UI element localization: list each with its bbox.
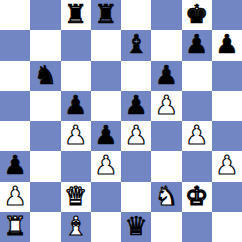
- square-b3[interactable]: [30, 151, 60, 181]
- square-c1[interactable]: ♝: [61, 212, 91, 242]
- square-h4[interactable]: [212, 121, 242, 151]
- square-e7[interactable]: ♝: [121, 30, 151, 60]
- square-h7[interactable]: ♟: [212, 30, 242, 60]
- square-a6[interactable]: [0, 61, 30, 91]
- square-d1[interactable]: [91, 212, 121, 242]
- black-pawn[interactable]: ♟: [155, 62, 178, 88]
- square-d7[interactable]: [91, 30, 121, 60]
- white-pawn[interactable]: ♟: [124, 122, 147, 148]
- square-g1[interactable]: [182, 212, 212, 242]
- square-d3[interactable]: ♟: [91, 151, 121, 181]
- square-c4[interactable]: ♟: [61, 121, 91, 151]
- square-h5[interactable]: [212, 91, 242, 121]
- square-c7[interactable]: [61, 30, 91, 60]
- square-b8[interactable]: [30, 0, 60, 30]
- black-knight[interactable]: ♞: [34, 62, 57, 88]
- square-a2[interactable]: ♟: [0, 182, 30, 212]
- black-pawn[interactable]: ♟: [124, 92, 147, 118]
- square-g8[interactable]: ♚: [182, 0, 212, 30]
- square-f4[interactable]: [151, 121, 181, 151]
- square-a1[interactable]: ♜: [0, 212, 30, 242]
- white-pawn[interactable]: ♟: [185, 122, 208, 148]
- black-pawn[interactable]: ♟: [94, 122, 117, 148]
- square-b1[interactable]: [30, 212, 60, 242]
- square-c2[interactable]: ♛: [61, 182, 91, 212]
- square-b5[interactable]: [30, 91, 60, 121]
- square-d2[interactable]: [91, 182, 121, 212]
- square-e1[interactable]: ♛: [121, 212, 151, 242]
- square-c5[interactable]: ♟: [61, 91, 91, 121]
- square-g7[interactable]: ♟: [182, 30, 212, 60]
- square-h3[interactable]: ♟: [212, 151, 242, 181]
- black-queen[interactable]: ♛: [124, 213, 147, 239]
- white-pawn[interactable]: ♟: [155, 92, 178, 118]
- square-g3[interactable]: [182, 151, 212, 181]
- square-d4[interactable]: ♟: [91, 121, 121, 151]
- square-c8[interactable]: ♜: [61, 0, 91, 30]
- white-rook[interactable]: ♜: [3, 213, 26, 239]
- white-knight[interactable]: ♞: [155, 183, 178, 209]
- square-h8[interactable]: [212, 0, 242, 30]
- square-a3[interactable]: ♟: [0, 151, 30, 181]
- square-e4[interactable]: ♟: [121, 121, 151, 151]
- black-king[interactable]: ♚: [185, 1, 208, 27]
- square-h6[interactable]: [212, 61, 242, 91]
- chess-board: ♜♜♚♝♟♟♞♟♟♟♟♟♟♟♟♟♟♟♟♛♞♚♜♝♛: [0, 0, 242, 242]
- white-pawn[interactable]: ♟: [64, 122, 87, 148]
- white-pawn[interactable]: ♟: [215, 152, 238, 178]
- white-bishop[interactable]: ♝: [64, 213, 87, 239]
- square-f2[interactable]: ♞: [151, 182, 181, 212]
- black-rook[interactable]: ♜: [64, 1, 87, 27]
- square-f3[interactable]: [151, 151, 181, 181]
- square-e2[interactable]: [121, 182, 151, 212]
- square-d5[interactable]: [91, 91, 121, 121]
- white-pawn[interactable]: ♟: [94, 152, 117, 178]
- square-g5[interactable]: [182, 91, 212, 121]
- square-g6[interactable]: [182, 61, 212, 91]
- square-a5[interactable]: [0, 91, 30, 121]
- square-g2[interactable]: ♚: [182, 182, 212, 212]
- black-pawn[interactable]: ♟: [185, 31, 208, 57]
- white-queen[interactable]: ♛: [64, 183, 87, 209]
- square-e6[interactable]: [121, 61, 151, 91]
- square-h1[interactable]: [212, 212, 242, 242]
- square-c3[interactable]: [61, 151, 91, 181]
- square-a8[interactable]: [0, 0, 30, 30]
- white-king[interactable]: ♚: [185, 183, 208, 209]
- white-pawn[interactable]: ♟: [3, 183, 26, 209]
- square-a7[interactable]: [0, 30, 30, 60]
- square-b4[interactable]: [30, 121, 60, 151]
- square-g4[interactable]: ♟: [182, 121, 212, 151]
- square-c6[interactable]: [61, 61, 91, 91]
- black-pawn[interactable]: ♟: [215, 31, 238, 57]
- square-d6[interactable]: [91, 61, 121, 91]
- square-e8[interactable]: [121, 0, 151, 30]
- square-h2[interactable]: [212, 182, 242, 212]
- black-bishop[interactable]: ♝: [124, 31, 147, 57]
- square-b2[interactable]: [30, 182, 60, 212]
- square-a4[interactable]: [0, 121, 30, 151]
- square-e5[interactable]: ♟: [121, 91, 151, 121]
- square-f5[interactable]: ♟: [151, 91, 181, 121]
- square-e3[interactable]: [121, 151, 151, 181]
- black-pawn[interactable]: ♟: [3, 152, 26, 178]
- square-d8[interactable]: ♜: [91, 0, 121, 30]
- square-f7[interactable]: [151, 30, 181, 60]
- square-f8[interactable]: [151, 0, 181, 30]
- square-b6[interactable]: ♞: [30, 61, 60, 91]
- square-b7[interactable]: [30, 30, 60, 60]
- square-f6[interactable]: ♟: [151, 61, 181, 91]
- black-rook[interactable]: ♜: [94, 1, 117, 27]
- black-pawn[interactable]: ♟: [64, 92, 87, 118]
- square-f1[interactable]: [151, 212, 181, 242]
